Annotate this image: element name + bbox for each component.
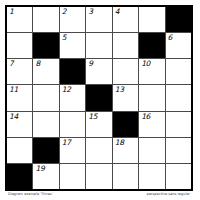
cell-r4c6[interactable]: [139, 85, 164, 110]
clue-number: 19: [35, 164, 44, 173]
cell-r5c2[interactable]: [33, 112, 58, 137]
cell-r5c1[interactable]: 14: [7, 112, 32, 137]
clue-number: 17: [62, 138, 71, 147]
cell-r6c1[interactable]: [7, 138, 32, 163]
cell-r4c1[interactable]: 11: [7, 85, 32, 110]
clue-number: 6: [168, 33, 172, 42]
cell-r2c5[interactable]: [113, 33, 138, 58]
cell-r2c7[interactable]: 6: [166, 33, 191, 58]
cell-r7c7[interactable]: [166, 164, 191, 189]
cell-r2c2: [33, 33, 58, 58]
clue-number: 14: [9, 112, 18, 121]
cell-r4c7[interactable]: [166, 85, 191, 110]
cell-r3c5[interactable]: [113, 59, 138, 84]
cell-r1c2[interactable]: [33, 7, 58, 32]
cell-r4c5[interactable]: 13: [113, 85, 138, 110]
cell-r1c4[interactable]: 3: [86, 7, 111, 32]
cell-r3c7[interactable]: [166, 59, 191, 84]
cell-r2c3[interactable]: 5: [60, 33, 85, 58]
cell-r5c5: [113, 112, 138, 137]
cell-r1c5[interactable]: 4: [113, 7, 138, 32]
clue-number: 13: [115, 85, 124, 94]
clue-number: 1: [9, 7, 13, 16]
cell-r1c7: [166, 7, 191, 32]
clue-number: 2: [62, 7, 66, 16]
clue-number: 11: [9, 85, 18, 94]
clue-number: 10: [141, 59, 150, 68]
cell-r1c6[interactable]: [139, 7, 164, 32]
clue-number: 9: [88, 59, 92, 68]
crossword-grid: 12345678910111213141516171819: [5, 5, 193, 191]
cell-r4c4: [86, 85, 111, 110]
cell-r5c4[interactable]: 15: [86, 112, 111, 137]
cell-r2c6: [139, 33, 164, 58]
cell-r1c3[interactable]: 2: [60, 7, 85, 32]
footer-left-caption: Diagram example 'Times': [8, 192, 53, 196]
cell-r3c6[interactable]: 10: [139, 59, 164, 84]
clue-number: 3: [88, 7, 92, 16]
cell-r2c1[interactable]: [7, 33, 32, 58]
cell-r1c1[interactable]: 1: [7, 7, 32, 32]
clue-number: 12: [62, 85, 71, 94]
clue-number: 16: [141, 112, 150, 121]
cell-r3c4[interactable]: 9: [86, 59, 111, 84]
footer-right-caption: perspective sans regular: [147, 192, 190, 196]
cell-r6c4[interactable]: [86, 138, 111, 163]
cell-r3c3: [60, 59, 85, 84]
clue-number: 15: [88, 112, 97, 121]
clue-number: 5: [62, 33, 66, 42]
cell-r7c1: [7, 164, 32, 189]
cell-r6c2: [33, 138, 58, 163]
cell-r3c2[interactable]: 8: [33, 59, 58, 84]
cell-r6c6[interactable]: [139, 138, 164, 163]
cell-r5c7[interactable]: [166, 112, 191, 137]
clue-number: 8: [35, 59, 39, 68]
cell-r5c6[interactable]: 16: [139, 112, 164, 137]
cell-r7c2[interactable]: 19: [33, 164, 58, 189]
cell-r2c4[interactable]: [86, 33, 111, 58]
cell-r6c5[interactable]: 18: [113, 138, 138, 163]
cell-r7c5[interactable]: [113, 164, 138, 189]
cell-r5c3[interactable]: [60, 112, 85, 137]
cell-r6c7[interactable]: [166, 138, 191, 163]
cell-r7c6[interactable]: [139, 164, 164, 189]
cell-r7c4[interactable]: [86, 164, 111, 189]
clue-number: 7: [9, 59, 13, 68]
cell-r4c3[interactable]: 12: [60, 85, 85, 110]
clue-number: 4: [115, 7, 119, 16]
cell-r6c3[interactable]: 17: [60, 138, 85, 163]
cell-r7c3[interactable]: [60, 164, 85, 189]
cell-r3c1[interactable]: 7: [7, 59, 32, 84]
clue-number: 18: [115, 138, 124, 147]
cell-r4c2[interactable]: [33, 85, 58, 110]
